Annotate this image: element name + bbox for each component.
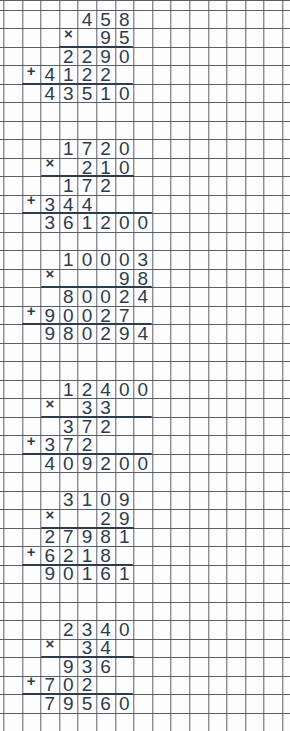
partial-product-2-digit: 9 (41, 306, 60, 324)
multiplicand-digit: 4 (78, 10, 97, 28)
product-digit: 0 (59, 454, 78, 472)
multiply-sign: × (45, 154, 54, 171)
plus-sign: + (27, 542, 36, 559)
product-digit: 2 (96, 454, 115, 472)
partial-product-1-digit: 2 (115, 287, 134, 305)
multiplicand-digit: 4 (96, 380, 115, 398)
multiplicand-digit: 8 (115, 10, 134, 28)
product-digit: 2 (96, 213, 115, 231)
product-digit: 3 (59, 84, 78, 102)
product-digit: 8 (59, 324, 78, 342)
partial-product-1-digit: 2 (59, 47, 78, 65)
product-digit: 2 (96, 324, 115, 342)
multiplicand-digit: 0 (115, 250, 134, 268)
multiplicand-digit: 0 (96, 250, 115, 268)
product-digit: 3 (41, 213, 60, 231)
multiplier-digit: 0 (115, 158, 134, 176)
product-digit: 0 (115, 694, 134, 712)
partial-product-1-digit: 9 (78, 528, 97, 546)
partial-product-1-digit: 2 (78, 47, 97, 65)
product-digit: 0 (115, 213, 134, 231)
partial-product-1-digit: 8 (96, 528, 115, 546)
partial-product-1-digit: 6 (96, 657, 115, 675)
multiplier-digit: 3 (78, 398, 97, 416)
partial-product-2-digit: 0 (78, 306, 97, 324)
product-digit: 0 (59, 565, 78, 583)
partial-product-1-digit: 7 (78, 176, 97, 194)
product-digit: 4 (41, 84, 60, 102)
multiplier-digit: 5 (115, 28, 134, 46)
multiplier-digit: 4 (96, 639, 115, 657)
multiplicand-digit: 0 (78, 250, 97, 268)
multiplicand-digit: 3 (59, 491, 78, 509)
multiplicand-digit: 0 (134, 380, 153, 398)
multiplicand-digit: 5 (96, 10, 115, 28)
partial-product-1-digit: 3 (59, 417, 78, 435)
multiplier-digit: 8 (134, 269, 153, 287)
partial-product-2-digit: 0 (59, 306, 78, 324)
product-digit: 5 (78, 84, 97, 102)
partial-product-2-digit: 3 (41, 195, 60, 213)
product-digit: 0 (134, 213, 153, 231)
partial-product-2-digit: 2 (96, 306, 115, 324)
product-digit: 9 (115, 324, 134, 342)
partial-product-1-digit: 2 (96, 417, 115, 435)
partial-product-2-digit: 7 (41, 676, 60, 694)
plus-sign: + (27, 61, 36, 78)
product-digit: 1 (78, 213, 97, 231)
partial-product-1-digit: 1 (115, 528, 134, 546)
multiplier-digit: 1 (96, 158, 115, 176)
multiplicand-digit: 1 (59, 250, 78, 268)
partial-product-1-digit: 2 (96, 176, 115, 194)
product-digit: 4 (134, 324, 153, 342)
partial-product-2-digit: 2 (78, 65, 97, 83)
partial-product-1-digit: 8 (59, 287, 78, 305)
partial-product-2-digit: 4 (59, 195, 78, 213)
multiplicand-digit: 0 (115, 620, 134, 638)
partial-product-2-digit: 3 (41, 435, 60, 453)
multiply-sign: × (45, 265, 54, 282)
partial-product-1-digit: 2 (41, 528, 60, 546)
product-digit: 1 (96, 84, 115, 102)
multiplier-digit: 2 (96, 509, 115, 527)
product-digit: 0 (78, 324, 97, 342)
multiplier-digit: 2 (78, 158, 97, 176)
partial-product-2-digit: 4 (78, 195, 97, 213)
product-digit: 1 (115, 565, 134, 583)
partial-product-1-digit: 9 (59, 657, 78, 675)
product-digit: 6 (59, 213, 78, 231)
partial-product-1-digit: 0 (78, 287, 97, 305)
product-digit: 5 (78, 694, 97, 712)
multiplicand-digit: 3 (78, 620, 97, 638)
plus-sign: + (27, 672, 36, 689)
partial-product-1-digit: 1 (59, 176, 78, 194)
partial-product-2-digit: 6 (41, 546, 60, 564)
partial-product-1-digit: 7 (78, 417, 97, 435)
partial-product-2-digit: 1 (78, 546, 97, 564)
multiplicand-digit: 2 (59, 620, 78, 638)
partial-product-2-digit: 4 (41, 65, 60, 83)
product-digit: 6 (96, 694, 115, 712)
product-digit: 6 (96, 565, 115, 583)
multiplicand-digit: 0 (96, 491, 115, 509)
multiply-sign: × (64, 24, 73, 41)
plus-sign: + (27, 431, 36, 448)
product-digit: 1 (78, 565, 97, 583)
product-digit: 7 (41, 694, 60, 712)
partial-product-2-digit: 8 (96, 546, 115, 564)
multiplicand-digit: 1 (59, 139, 78, 157)
product-digit: 0 (115, 454, 134, 472)
multiplicand-digit: 1 (59, 380, 78, 398)
multiplicand-digit: 4 (96, 620, 115, 638)
multiplicand-digit: 0 (115, 139, 134, 157)
product-digit: 9 (41, 565, 60, 583)
product-digit: 0 (115, 84, 134, 102)
partial-product-2-digit: 1 (59, 65, 78, 83)
partial-product-2-digit: 2 (78, 435, 97, 453)
multiplicand-digit: 1 (78, 491, 97, 509)
plus-sign: + (27, 302, 36, 319)
multiply-sign: × (45, 394, 54, 411)
partial-product-1-digit: 7 (59, 528, 78, 546)
partial-product-2-digit: 2 (59, 546, 78, 564)
partial-product-2-digit: 0 (59, 676, 78, 694)
product-digit: 9 (59, 694, 78, 712)
multiplier-digit: 9 (115, 509, 134, 527)
partial-product-1-digit: 3 (78, 657, 97, 675)
partial-product-2-digit: 2 (96, 65, 115, 83)
multiplicand-digit: 7 (78, 139, 97, 157)
multiplier-digit: 3 (78, 639, 97, 657)
multiplier-digit: 3 (96, 398, 115, 416)
partial-product-1-digit: 0 (96, 287, 115, 305)
multiplier-digit: 9 (115, 269, 134, 287)
multiply-sign: × (45, 505, 54, 522)
product-digit: 9 (78, 454, 97, 472)
partial-product-1-digit: 0 (115, 47, 134, 65)
multiply-sign: × (45, 635, 54, 652)
multiplicand-digit: 2 (96, 139, 115, 157)
partial-product-1-digit: 4 (134, 287, 153, 305)
product-digit: 4 (41, 454, 60, 472)
partial-product-1-digit: 9 (96, 47, 115, 65)
grid-paper: 458×952290+4122435101720×210172+34436120… (0, 0, 290, 731)
product-digit: 0 (134, 454, 153, 472)
product-digit: 9 (41, 324, 60, 342)
multiplicand-digit: 9 (115, 491, 134, 509)
partial-product-2-digit: 7 (115, 306, 134, 324)
partial-product-2-digit: 2 (78, 676, 97, 694)
multiplicand-digit: 0 (115, 380, 134, 398)
plus-sign: + (27, 191, 36, 208)
multiplier-digit: 9 (96, 28, 115, 46)
partial-product-2-digit: 7 (59, 435, 78, 453)
multiplicand-digit: 2 (78, 380, 97, 398)
multiplicand-digit: 3 (134, 250, 153, 268)
